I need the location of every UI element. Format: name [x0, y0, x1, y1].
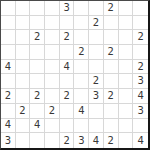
cell-r9c3[interactable]: [45, 133, 60, 148]
clue-cell-r2c9[interactable]: 2: [133, 30, 148, 45]
clue-cell-r0c7[interactable]: 2: [104, 1, 119, 16]
cell-r8c5[interactable]: [74, 119, 89, 134]
cell-r4c7[interactable]: [104, 60, 119, 75]
cell-r0c5[interactable]: [74, 1, 89, 16]
cell-r4c2[interactable]: [30, 60, 45, 75]
clue-cell-r7c9[interactable]: 3: [133, 104, 148, 119]
cell-r5c7[interactable]: [104, 74, 119, 89]
minesweeper-board: 3222222244223222324224344323424: [0, 0, 150, 150]
cell-r5c3[interactable]: [45, 74, 60, 89]
clue-cell-r6c7[interactable]: 2: [104, 89, 119, 104]
cell-r2c7[interactable]: [104, 30, 119, 45]
cell-r6c8[interactable]: [119, 89, 134, 104]
cell-r1c2[interactable]: [30, 16, 45, 31]
cell-r2c1[interactable]: [16, 30, 31, 45]
cell-r0c1[interactable]: [16, 1, 31, 16]
cell-r9c8[interactable]: [119, 133, 134, 148]
cell-r3c1[interactable]: [16, 45, 31, 60]
clue-cell-r9c6[interactable]: 4: [89, 133, 104, 148]
cell-r4c8[interactable]: [119, 60, 134, 75]
clue-cell-r9c5[interactable]: 3: [74, 133, 89, 148]
cell-r3c8[interactable]: [119, 45, 134, 60]
cell-r1c5[interactable]: [74, 16, 89, 31]
cell-r1c8[interactable]: [119, 16, 134, 31]
cell-r6c5[interactable]: [74, 89, 89, 104]
clue-cell-r8c2[interactable]: 4: [30, 119, 45, 134]
clue-cell-r6c4[interactable]: 2: [60, 89, 75, 104]
cell-r7c6[interactable]: [89, 104, 104, 119]
clue-cell-r6c0[interactable]: 2: [1, 89, 16, 104]
cell-r9c2[interactable]: [30, 133, 45, 148]
clue-cell-r7c5[interactable]: 4: [74, 104, 89, 119]
cell-r5c2[interactable]: [30, 74, 45, 89]
cell-r7c7[interactable]: [104, 104, 119, 119]
cell-r5c1[interactable]: [16, 74, 31, 89]
clue-cell-r8c0[interactable]: 4: [1, 119, 16, 134]
cell-r0c6[interactable]: [89, 1, 104, 16]
cell-r2c3[interactable]: [45, 30, 60, 45]
cell-r4c3[interactable]: [45, 60, 60, 75]
clue-cell-r1c6[interactable]: 2: [89, 16, 104, 31]
cell-r2c0[interactable]: [1, 30, 16, 45]
cell-r5c4[interactable]: [60, 74, 75, 89]
clue-cell-r9c7[interactable]: 2: [104, 133, 119, 148]
clue-cell-r9c4[interactable]: 2: [60, 133, 75, 148]
cell-r6c1[interactable]: [16, 89, 31, 104]
clue-cell-r4c0[interactable]: 4: [1, 60, 16, 75]
clue-cell-r3c7[interactable]: 2: [104, 45, 119, 60]
clue-cell-r9c0[interactable]: 3: [1, 133, 16, 148]
cell-r3c4[interactable]: [60, 45, 75, 60]
cell-r5c8[interactable]: [119, 74, 134, 89]
clue-cell-r2c2[interactable]: 2: [30, 30, 45, 45]
clue-cell-r5c6[interactable]: 2: [89, 74, 104, 89]
cell-r4c1[interactable]: [16, 60, 31, 75]
clue-cell-r7c3[interactable]: 2: [45, 104, 60, 119]
cell-r8c3[interactable]: [45, 119, 60, 134]
cell-r5c5[interactable]: [74, 74, 89, 89]
clue-cell-r6c2[interactable]: 2: [30, 89, 45, 104]
cell-r8c1[interactable]: [16, 119, 31, 134]
cell-r8c8[interactable]: [119, 119, 134, 134]
cell-r4c5[interactable]: [74, 60, 89, 75]
cell-r2c6[interactable]: [89, 30, 104, 45]
cell-r3c2[interactable]: [30, 45, 45, 60]
clue-cell-r9c9[interactable]: 4: [133, 133, 148, 148]
cell-r3c0[interactable]: [1, 45, 16, 60]
cell-r3c9[interactable]: [133, 45, 148, 60]
cell-r3c3[interactable]: [45, 45, 60, 60]
cell-r7c8[interactable]: [119, 104, 134, 119]
cell-r4c6[interactable]: [89, 60, 104, 75]
cell-r7c2[interactable]: [30, 104, 45, 119]
clue-cell-r4c9[interactable]: 2: [133, 60, 148, 75]
clue-cell-r5c9[interactable]: 3: [133, 74, 148, 89]
cell-r5c0[interactable]: [1, 74, 16, 89]
clue-cell-r3c5[interactable]: 2: [74, 45, 89, 60]
clue-cell-r4c4[interactable]: 4: [60, 60, 75, 75]
cell-r3c6[interactable]: [89, 45, 104, 60]
cell-r0c9[interactable]: [133, 1, 148, 16]
cell-r8c4[interactable]: [60, 119, 75, 134]
cell-r1c3[interactable]: [45, 16, 60, 31]
cell-r0c3[interactable]: [45, 1, 60, 16]
cell-r8c6[interactable]: [89, 119, 104, 134]
cell-r1c0[interactable]: [1, 16, 16, 31]
cell-r2c5[interactable]: [74, 30, 89, 45]
clue-cell-r0c4[interactable]: 3: [60, 1, 75, 16]
clue-cell-r2c4[interactable]: 2: [60, 30, 75, 45]
cell-r9c1[interactable]: [16, 133, 31, 148]
cell-r0c8[interactable]: [119, 1, 134, 16]
cell-r1c7[interactable]: [104, 16, 119, 31]
cell-r1c4[interactable]: [60, 16, 75, 31]
clue-cell-r6c6[interactable]: 3: [89, 89, 104, 104]
clue-cell-r7c1[interactable]: 2: [16, 104, 31, 119]
cell-r7c4[interactable]: [60, 104, 75, 119]
cell-r1c9[interactable]: [133, 16, 148, 31]
cell-r0c0[interactable]: [1, 1, 16, 16]
cell-r1c1[interactable]: [16, 16, 31, 31]
cell-r7c0[interactable]: [1, 104, 16, 119]
cell-r8c9[interactable]: [133, 119, 148, 134]
cell-r6c3[interactable]: [45, 89, 60, 104]
cell-r8c7[interactable]: [104, 119, 119, 134]
cell-r2c8[interactable]: [119, 30, 134, 45]
clue-cell-r6c9[interactable]: 4: [133, 89, 148, 104]
cell-r0c2[interactable]: [30, 1, 45, 16]
